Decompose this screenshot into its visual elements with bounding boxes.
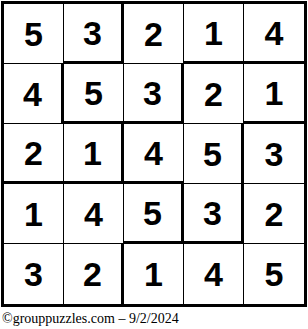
cell-r2c1[interactable]: 4 [4, 64, 64, 124]
cell-r2c4[interactable]: 2 [184, 64, 244, 124]
cell-r5c2[interactable]: 2 [64, 244, 124, 304]
cell-r3c3[interactable]: 4 [124, 124, 184, 184]
cell-r5c1[interactable]: 3 [4, 244, 64, 304]
page: 5321445321214531453232145 ©grouppuzzles.… [0, 1, 308, 329]
cell-r2c5[interactable]: 1 [244, 64, 304, 124]
cell-r4c5[interactable]: 2 [244, 184, 304, 244]
cell-r1c2[interactable]: 3 [64, 4, 124, 64]
cell-r1c5[interactable]: 4 [244, 4, 304, 64]
cell-r3c5[interactable]: 3 [244, 124, 304, 184]
cell-r1c3[interactable]: 2 [124, 4, 184, 64]
cell-r1c1[interactable]: 5 [4, 4, 64, 64]
cell-r5c5[interactable]: 5 [244, 244, 304, 304]
puzzle-board: 5321445321214531453232145 [1, 1, 307, 307]
cell-r4c4[interactable]: 3 [184, 184, 244, 244]
cell-r5c4[interactable]: 4 [184, 244, 244, 304]
cell-r3c2[interactable]: 1 [64, 124, 124, 184]
copyright-text: ©grouppuzzles.com – 9/2/2024 [2, 311, 308, 327]
cell-r3c1[interactable]: 2 [4, 124, 64, 184]
cell-r2c2[interactable]: 5 [64, 64, 124, 124]
cell-r5c3[interactable]: 1 [124, 244, 184, 304]
cell-r3c4[interactable]: 5 [184, 124, 244, 184]
cell-r1c4[interactable]: 1 [184, 4, 244, 64]
cell-r4c3[interactable]: 5 [124, 184, 184, 244]
cell-r2c3[interactable]: 3 [124, 64, 184, 124]
cell-r4c2[interactable]: 4 [64, 184, 124, 244]
cell-r4c1[interactable]: 1 [4, 184, 64, 244]
